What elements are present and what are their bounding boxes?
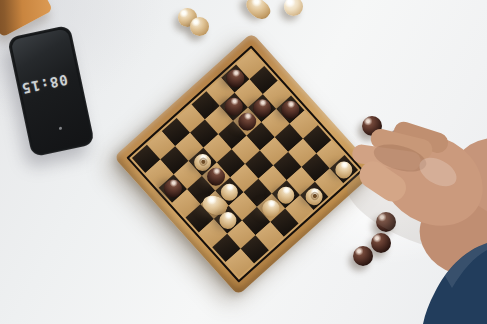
knuckle-highlight (415, 152, 462, 192)
on-board-pieces (132, 51, 358, 277)
smartphone[interactable]: 08:15 (7, 25, 95, 158)
off-board-light-piece-2[interactable] (242, 0, 274, 23)
tabletop-scene: 08:15 (0, 0, 487, 324)
dark-piece-r0c3[interactable] (278, 97, 303, 122)
light-piece-r2c7[interactable] (302, 184, 326, 208)
dark-piece-r1c0[interactable] (223, 66, 248, 91)
board-border-line (126, 45, 363, 282)
off-board-dark-piece-8[interactable] (353, 246, 373, 266)
off-board-dark-piece-7[interactable] (371, 233, 391, 253)
off-board-light-piece-1[interactable] (190, 17, 209, 36)
sleeve (423, 243, 487, 324)
off-board-dark-piece-5[interactable] (390, 128, 410, 148)
off-board-light-piece-3[interactable] (284, 0, 303, 16)
light-piece-r0c7[interactable] (332, 157, 356, 181)
dark-piece-r7c2[interactable] (160, 176, 185, 201)
phone-logo-dot (59, 127, 63, 131)
checkers-board (114, 33, 377, 296)
off-board-dark-piece-6[interactable] (376, 212, 396, 232)
board-grid (132, 51, 358, 277)
clock-time: 08:15 (19, 69, 70, 99)
off-board-dark-piece-4[interactable] (362, 116, 382, 136)
wrist (406, 186, 487, 291)
sleeve-fold (445, 243, 487, 288)
phone-screen[interactable]: 08:15 (11, 28, 92, 154)
forearm (405, 122, 487, 299)
